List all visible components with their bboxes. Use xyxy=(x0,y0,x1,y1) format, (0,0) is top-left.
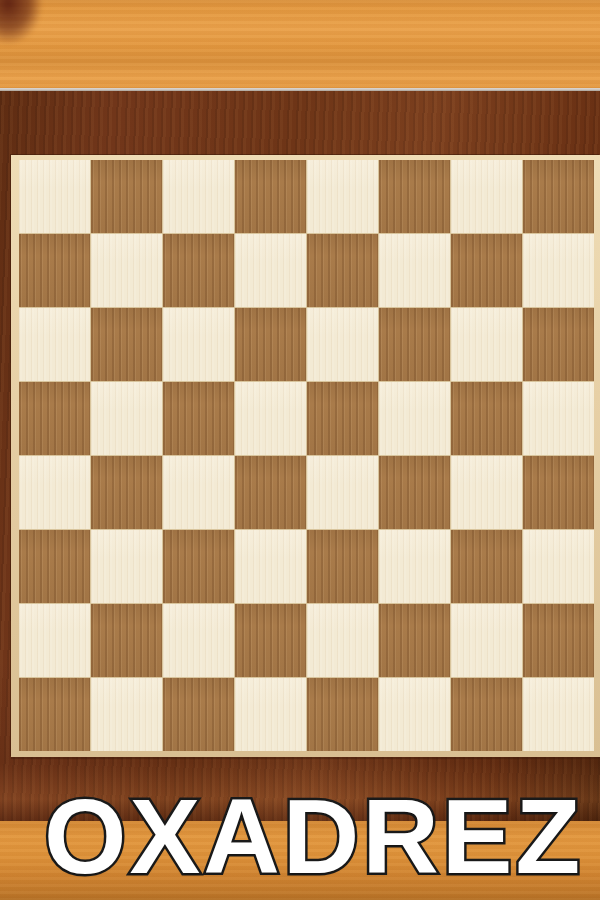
square-f1[interactable] xyxy=(379,678,450,751)
square-d8[interactable] xyxy=(235,160,306,233)
square-g5[interactable] xyxy=(451,382,522,455)
square-h6[interactable] xyxy=(523,308,594,381)
square-h8[interactable] xyxy=(523,160,594,233)
square-f8[interactable] xyxy=(379,160,450,233)
square-h7[interactable] xyxy=(523,234,594,307)
square-h3[interactable] xyxy=(523,530,594,603)
square-a5[interactable] xyxy=(19,382,90,455)
square-a3[interactable] xyxy=(19,530,90,603)
square-b1[interactable] xyxy=(91,678,162,751)
square-a4[interactable] xyxy=(19,456,90,529)
square-b2[interactable] xyxy=(91,604,162,677)
square-d2[interactable] xyxy=(235,604,306,677)
square-c7[interactable] xyxy=(163,234,234,307)
square-b7[interactable] xyxy=(91,234,162,307)
square-g8[interactable] xyxy=(451,160,522,233)
square-d5[interactable] xyxy=(235,382,306,455)
square-a6[interactable] xyxy=(19,308,90,381)
square-h2[interactable] xyxy=(523,604,594,677)
square-c5[interactable] xyxy=(163,382,234,455)
square-e3[interactable] xyxy=(307,530,378,603)
screenshot-root: OXADREZ xyxy=(0,0,600,900)
square-g3[interactable] xyxy=(451,530,522,603)
square-a7[interactable] xyxy=(19,234,90,307)
square-e1[interactable] xyxy=(307,678,378,751)
square-h4[interactable] xyxy=(523,456,594,529)
square-g2[interactable] xyxy=(451,604,522,677)
square-a2[interactable] xyxy=(19,604,90,677)
square-a1[interactable] xyxy=(19,678,90,751)
square-c6[interactable] xyxy=(163,308,234,381)
square-b3[interactable] xyxy=(91,530,162,603)
square-f4[interactable] xyxy=(379,456,450,529)
square-e8[interactable] xyxy=(307,160,378,233)
square-b5[interactable] xyxy=(91,382,162,455)
brand-wordmark: OXADREZ xyxy=(44,783,583,889)
square-g7[interactable] xyxy=(451,234,522,307)
square-d1[interactable] xyxy=(235,678,306,751)
square-d3[interactable] xyxy=(235,530,306,603)
square-f3[interactable] xyxy=(379,530,450,603)
table-surface-top xyxy=(0,0,600,88)
square-b6[interactable] xyxy=(91,308,162,381)
square-e5[interactable] xyxy=(307,382,378,455)
square-g1[interactable] xyxy=(451,678,522,751)
square-e6[interactable] xyxy=(307,308,378,381)
square-c1[interactable] xyxy=(163,678,234,751)
square-d4[interactable] xyxy=(235,456,306,529)
square-g4[interactable] xyxy=(451,456,522,529)
chess-board xyxy=(19,160,594,751)
square-h5[interactable] xyxy=(523,382,594,455)
square-d7[interactable] xyxy=(235,234,306,307)
square-c3[interactable] xyxy=(163,530,234,603)
square-e2[interactable] xyxy=(307,604,378,677)
square-e4[interactable] xyxy=(307,456,378,529)
square-f6[interactable] xyxy=(379,308,450,381)
square-f2[interactable] xyxy=(379,604,450,677)
square-b8[interactable] xyxy=(91,160,162,233)
square-g6[interactable] xyxy=(451,308,522,381)
square-c4[interactable] xyxy=(163,456,234,529)
dark-corner-artifact xyxy=(0,0,42,44)
square-d6[interactable] xyxy=(235,308,306,381)
square-c2[interactable] xyxy=(163,604,234,677)
square-f5[interactable] xyxy=(379,382,450,455)
square-c8[interactable] xyxy=(163,160,234,233)
square-e7[interactable] xyxy=(307,234,378,307)
square-h1[interactable] xyxy=(523,678,594,751)
square-f7[interactable] xyxy=(379,234,450,307)
square-b4[interactable] xyxy=(91,456,162,529)
square-a8[interactable] xyxy=(19,160,90,233)
